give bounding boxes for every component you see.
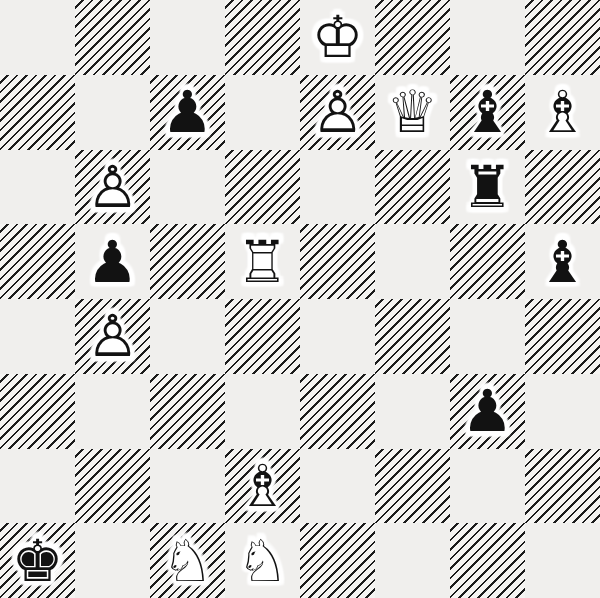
square-c2[interactable]	[150, 449, 225, 524]
piece-white-pawn: ♙	[300, 75, 375, 150]
square-c6[interactable]	[150, 150, 225, 225]
square-e1[interactable]	[300, 523, 375, 598]
piece-white-knight: ♘	[225, 523, 300, 598]
square-c3[interactable]	[150, 374, 225, 449]
square-f7[interactable]: ♛♕	[375, 75, 450, 150]
piece-white-king: ♔	[300, 0, 375, 75]
square-e5[interactable]	[300, 224, 375, 299]
square-a3[interactable]	[0, 374, 75, 449]
square-a8[interactable]	[0, 0, 75, 75]
square-h4[interactable]	[525, 299, 600, 374]
square-h5[interactable]: ♝♝	[525, 224, 600, 299]
piece-black-pawn: ♟	[150, 75, 225, 150]
square-f4[interactable]	[375, 299, 450, 374]
square-h2[interactable]	[525, 449, 600, 524]
square-d5[interactable]: ♜♖	[225, 224, 300, 299]
square-a7[interactable]	[0, 75, 75, 150]
piece-halo: ♜	[450, 150, 525, 225]
piece-white-bishop: ♗	[525, 75, 600, 150]
piece-black-pawn: ♟	[75, 224, 150, 299]
square-b6[interactable]: ♟♙	[75, 150, 150, 225]
square-b3[interactable]	[75, 374, 150, 449]
piece-black-king: ♚	[0, 523, 75, 598]
piece-halo: ♛	[375, 75, 450, 150]
square-c4[interactable]	[150, 299, 225, 374]
square-h7[interactable]: ♝♗	[525, 75, 600, 150]
piece-halo: ♟	[75, 150, 150, 225]
piece-halo: ♟	[450, 374, 525, 449]
piece-halo: ♟	[300, 75, 375, 150]
square-b4[interactable]: ♟♙	[75, 299, 150, 374]
piece-white-rook: ♖	[225, 224, 300, 299]
square-c5[interactable]	[150, 224, 225, 299]
square-d1[interactable]: ♞♘	[225, 523, 300, 598]
square-d4[interactable]	[225, 299, 300, 374]
square-a1[interactable]: ♚♚	[0, 523, 75, 598]
square-d3[interactable]	[225, 374, 300, 449]
piece-halo: ♝	[450, 75, 525, 150]
square-e6[interactable]	[300, 150, 375, 225]
piece-white-queen: ♕	[375, 75, 450, 150]
square-d2[interactable]: ♝♗	[225, 449, 300, 524]
piece-black-bishop: ♝	[450, 75, 525, 150]
square-g4[interactable]	[450, 299, 525, 374]
square-d6[interactable]	[225, 150, 300, 225]
square-h1[interactable]	[525, 523, 600, 598]
piece-halo: ♟	[75, 299, 150, 374]
square-f1[interactable]	[375, 523, 450, 598]
square-f6[interactable]	[375, 150, 450, 225]
square-e4[interactable]	[300, 299, 375, 374]
square-d8[interactable]	[225, 0, 300, 75]
square-g2[interactable]	[450, 449, 525, 524]
square-a6[interactable]	[0, 150, 75, 225]
square-e7[interactable]: ♟♙	[300, 75, 375, 150]
square-h3[interactable]	[525, 374, 600, 449]
piece-halo: ♜	[225, 224, 300, 299]
piece-white-pawn: ♙	[75, 150, 150, 225]
square-a5[interactable]	[0, 224, 75, 299]
square-f8[interactable]	[375, 0, 450, 75]
square-e2[interactable]	[300, 449, 375, 524]
piece-halo: ♝	[225, 449, 300, 524]
piece-black-pawn: ♟	[450, 374, 525, 449]
piece-white-pawn: ♙	[75, 299, 150, 374]
piece-halo: ♟	[75, 224, 150, 299]
square-b2[interactable]	[75, 449, 150, 524]
piece-halo: ♝	[525, 224, 600, 299]
square-b8[interactable]	[75, 0, 150, 75]
square-g3[interactable]: ♟♟	[450, 374, 525, 449]
square-f5[interactable]	[375, 224, 450, 299]
piece-halo: ♟	[150, 75, 225, 150]
piece-halo: ♚	[300, 0, 375, 75]
square-g6[interactable]: ♜♜	[450, 150, 525, 225]
piece-halo: ♚	[0, 523, 75, 598]
square-c8[interactable]	[150, 0, 225, 75]
square-a4[interactable]	[0, 299, 75, 374]
square-h6[interactable]	[525, 150, 600, 225]
square-g1[interactable]	[450, 523, 525, 598]
square-e8[interactable]: ♚♔	[300, 0, 375, 75]
piece-halo: ♞	[225, 523, 300, 598]
piece-black-bishop: ♝	[525, 224, 600, 299]
chess-board: ♚♔♟♟♟♙♛♕♝♝♝♗♟♙♜♜♟♟♜♖♝♝♟♙♟♟♝♗♚♚♞♘♞♘	[0, 0, 600, 598]
square-f3[interactable]	[375, 374, 450, 449]
square-g8[interactable]	[450, 0, 525, 75]
square-c1[interactable]: ♞♘	[150, 523, 225, 598]
piece-black-rook: ♜	[450, 150, 525, 225]
piece-white-bishop: ♗	[225, 449, 300, 524]
square-h8[interactable]	[525, 0, 600, 75]
square-b1[interactable]	[75, 523, 150, 598]
piece-halo: ♝	[525, 75, 600, 150]
piece-halo: ♞	[150, 523, 225, 598]
chess-diagram: ♚♔♟♟♟♙♛♕♝♝♝♗♟♙♜♜♟♟♜♖♝♝♟♙♟♟♝♗♚♚♞♘♞♘	[0, 0, 600, 598]
square-b5[interactable]: ♟♟	[75, 224, 150, 299]
square-g5[interactable]	[450, 224, 525, 299]
square-g7[interactable]: ♝♝	[450, 75, 525, 150]
square-b7[interactable]	[75, 75, 150, 150]
square-c7[interactable]: ♟♟	[150, 75, 225, 150]
square-e3[interactable]	[300, 374, 375, 449]
square-f2[interactable]	[375, 449, 450, 524]
square-d7[interactable]	[225, 75, 300, 150]
square-a2[interactable]	[0, 449, 75, 524]
piece-white-knight: ♘	[150, 523, 225, 598]
